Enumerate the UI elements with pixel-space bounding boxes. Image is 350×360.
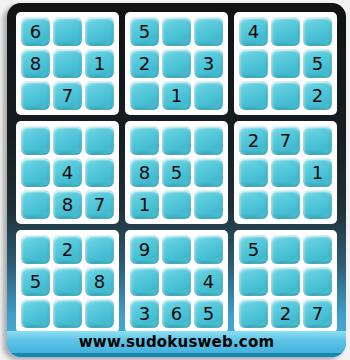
sudoku-board: 6817 5231 452 487 851 271 258 94365 527 xyxy=(7,3,346,342)
sudoku-cell-r6c4[interactable]: 1 xyxy=(130,190,159,219)
sudoku-cell-r7c3[interactable] xyxy=(85,235,114,264)
sudoku-cell-r6c3[interactable]: 7 xyxy=(85,190,114,219)
sudoku-cell-r5c4[interactable]: 8 xyxy=(130,158,159,187)
sudoku-cell-r7c2[interactable]: 2 xyxy=(53,235,82,264)
sudoku-cell-r2c1[interactable]: 8 xyxy=(21,49,50,78)
site-link[interactable]: www.sudokusweb.com xyxy=(79,333,274,351)
sudoku-cell-r6c6[interactable] xyxy=(194,190,223,219)
sudoku-cell-r5c7[interactable] xyxy=(239,158,268,187)
sudoku-cell-r9c2[interactable] xyxy=(53,299,82,328)
sudoku-cell-r9c3[interactable] xyxy=(85,299,114,328)
sudoku-cell-r1c3[interactable] xyxy=(85,17,114,46)
sudoku-cell-r5c9[interactable]: 1 xyxy=(303,158,332,187)
sudoku-cell-r7c9[interactable] xyxy=(303,235,332,264)
sudoku-box-3: 452 xyxy=(234,12,337,115)
sudoku-cell-r2c6[interactable]: 3 xyxy=(194,49,223,78)
sudoku-cell-r4c1[interactable] xyxy=(21,126,50,155)
sudoku-cell-r4c5[interactable] xyxy=(162,126,191,155)
sudoku-cell-r4c2[interactable] xyxy=(53,126,82,155)
sudoku-cell-r4c4[interactable] xyxy=(130,126,159,155)
sudoku-cell-r3c9[interactable]: 2 xyxy=(303,81,332,110)
sudoku-cell-r1c9[interactable] xyxy=(303,17,332,46)
sudoku-cell-r9c1[interactable] xyxy=(21,299,50,328)
sudoku-cell-r3c1[interactable] xyxy=(21,81,50,110)
sudoku-cell-r6c2[interactable]: 8 xyxy=(53,190,82,219)
footer-bar: www.sudokusweb.com xyxy=(7,331,346,357)
sudoku-cell-r1c6[interactable] xyxy=(194,17,223,46)
sudoku-box-7: 258 xyxy=(16,230,119,333)
sudoku-cell-r6c7[interactable] xyxy=(239,190,268,219)
sudoku-cell-r4c8[interactable]: 7 xyxy=(271,126,300,155)
sudoku-cell-r6c1[interactable] xyxy=(21,190,50,219)
sudoku-cell-r5c1[interactable] xyxy=(21,158,50,187)
sudoku-cell-r9c7[interactable] xyxy=(239,299,268,328)
sudoku-cell-r2c5[interactable] xyxy=(162,49,191,78)
sudoku-cell-r7c4[interactable]: 9 xyxy=(130,235,159,264)
sudoku-box-8: 94365 xyxy=(125,230,228,333)
sudoku-cell-r3c6[interactable] xyxy=(194,81,223,110)
sudoku-cell-r6c9[interactable] xyxy=(303,190,332,219)
sudoku-cell-r2c7[interactable] xyxy=(239,49,268,78)
sudoku-cell-r3c8[interactable] xyxy=(271,81,300,110)
sudoku-cell-r7c7[interactable]: 5 xyxy=(239,235,268,264)
sudoku-cell-r3c4[interactable] xyxy=(130,81,159,110)
sudoku-cell-r2c2[interactable] xyxy=(53,49,82,78)
sudoku-cell-r4c7[interactable]: 2 xyxy=(239,126,268,155)
sudoku-cell-r8c1[interactable]: 5 xyxy=(21,267,50,296)
sudoku-cell-r9c4[interactable]: 3 xyxy=(130,299,159,328)
sudoku-box-9: 527 xyxy=(234,230,337,333)
sudoku-cell-r9c9[interactable]: 7 xyxy=(303,299,332,328)
sudoku-cell-r8c5[interactable] xyxy=(162,267,191,296)
sudoku-box-6: 271 xyxy=(234,121,337,224)
sudoku-cell-r8c9[interactable] xyxy=(303,267,332,296)
sudoku-cell-r1c7[interactable]: 4 xyxy=(239,17,268,46)
sudoku-cell-r7c8[interactable] xyxy=(271,235,300,264)
sudoku-cell-r3c7[interactable] xyxy=(239,81,268,110)
sudoku-cell-r1c1[interactable]: 6 xyxy=(21,17,50,46)
sudoku-cell-r6c8[interactable] xyxy=(271,190,300,219)
sudoku-widget: 6817 5231 452 487 851 271 258 94365 527 … xyxy=(7,3,346,357)
sudoku-cell-r2c4[interactable]: 2 xyxy=(130,49,159,78)
sudoku-cell-r5c8[interactable] xyxy=(271,158,300,187)
sudoku-cell-r4c6[interactable] xyxy=(194,126,223,155)
sudoku-cell-r5c3[interactable] xyxy=(85,158,114,187)
sudoku-cell-r1c8[interactable] xyxy=(271,17,300,46)
sudoku-cell-r8c6[interactable]: 4 xyxy=(194,267,223,296)
sudoku-cell-r8c2[interactable] xyxy=(53,267,82,296)
sudoku-box-1: 6817 xyxy=(16,12,119,115)
sudoku-cell-r2c9[interactable]: 5 xyxy=(303,49,332,78)
sudoku-cell-r7c6[interactable] xyxy=(194,235,223,264)
sudoku-cell-r5c6[interactable] xyxy=(194,158,223,187)
sudoku-cell-r2c3[interactable]: 1 xyxy=(85,49,114,78)
sudoku-cell-r4c9[interactable] xyxy=(303,126,332,155)
sudoku-cell-r9c6[interactable]: 5 xyxy=(194,299,223,328)
sudoku-cell-r8c8[interactable] xyxy=(271,267,300,296)
sudoku-cell-r8c3[interactable]: 8 xyxy=(85,267,114,296)
sudoku-cell-r2c8[interactable] xyxy=(271,49,300,78)
sudoku-cell-r3c2[interactable]: 7 xyxy=(53,81,82,110)
sudoku-cell-r5c5[interactable]: 5 xyxy=(162,158,191,187)
sudoku-cell-r5c2[interactable]: 4 xyxy=(53,158,82,187)
sudoku-cell-r9c5[interactable]: 6 xyxy=(162,299,191,328)
sudoku-box-5: 851 xyxy=(125,121,228,224)
sudoku-cell-r8c7[interactable] xyxy=(239,267,268,296)
sudoku-box-4: 487 xyxy=(16,121,119,224)
sudoku-cell-r8c4[interactable] xyxy=(130,267,159,296)
sudoku-cell-r6c5[interactable] xyxy=(162,190,191,219)
sudoku-cell-r9c8[interactable]: 2 xyxy=(271,299,300,328)
sudoku-box-2: 5231 xyxy=(125,12,228,115)
sudoku-cell-r3c5[interactable]: 1 xyxy=(162,81,191,110)
sudoku-cell-r3c3[interactable] xyxy=(85,81,114,110)
sudoku-cell-r7c1[interactable] xyxy=(21,235,50,264)
sudoku-cell-r1c4[interactable]: 5 xyxy=(130,17,159,46)
sudoku-cell-r4c3[interactable] xyxy=(85,126,114,155)
sudoku-cell-r7c5[interactable] xyxy=(162,235,191,264)
sudoku-cell-r1c2[interactable] xyxy=(53,17,82,46)
sudoku-cell-r1c5[interactable] xyxy=(162,17,191,46)
